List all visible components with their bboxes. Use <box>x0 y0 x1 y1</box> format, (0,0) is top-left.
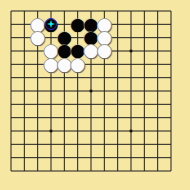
white-stone-glyph: ● <box>97 44 112 57</box>
white-stone[interactable]: ● <box>84 44 97 57</box>
white-stone[interactable]: ● <box>71 58 84 71</box>
white-stone[interactable]: ● <box>98 44 111 57</box>
white-stone-glyph: ● <box>70 57 85 70</box>
white-stone[interactable]: ● <box>58 58 71 71</box>
white-stone[interactable]: ● <box>31 31 44 44</box>
black-stone-last-move[interactable]: ● <box>44 18 57 31</box>
white-stone[interactable]: ● <box>44 58 57 71</box>
stone-layer[interactable]: ●●●●●●●●●●●●●●●●● <box>4 4 177 177</box>
go-board: ●●●●●●●●●●●●●●●●● <box>0 0 190 190</box>
black-stone[interactable]: ● <box>71 18 84 31</box>
